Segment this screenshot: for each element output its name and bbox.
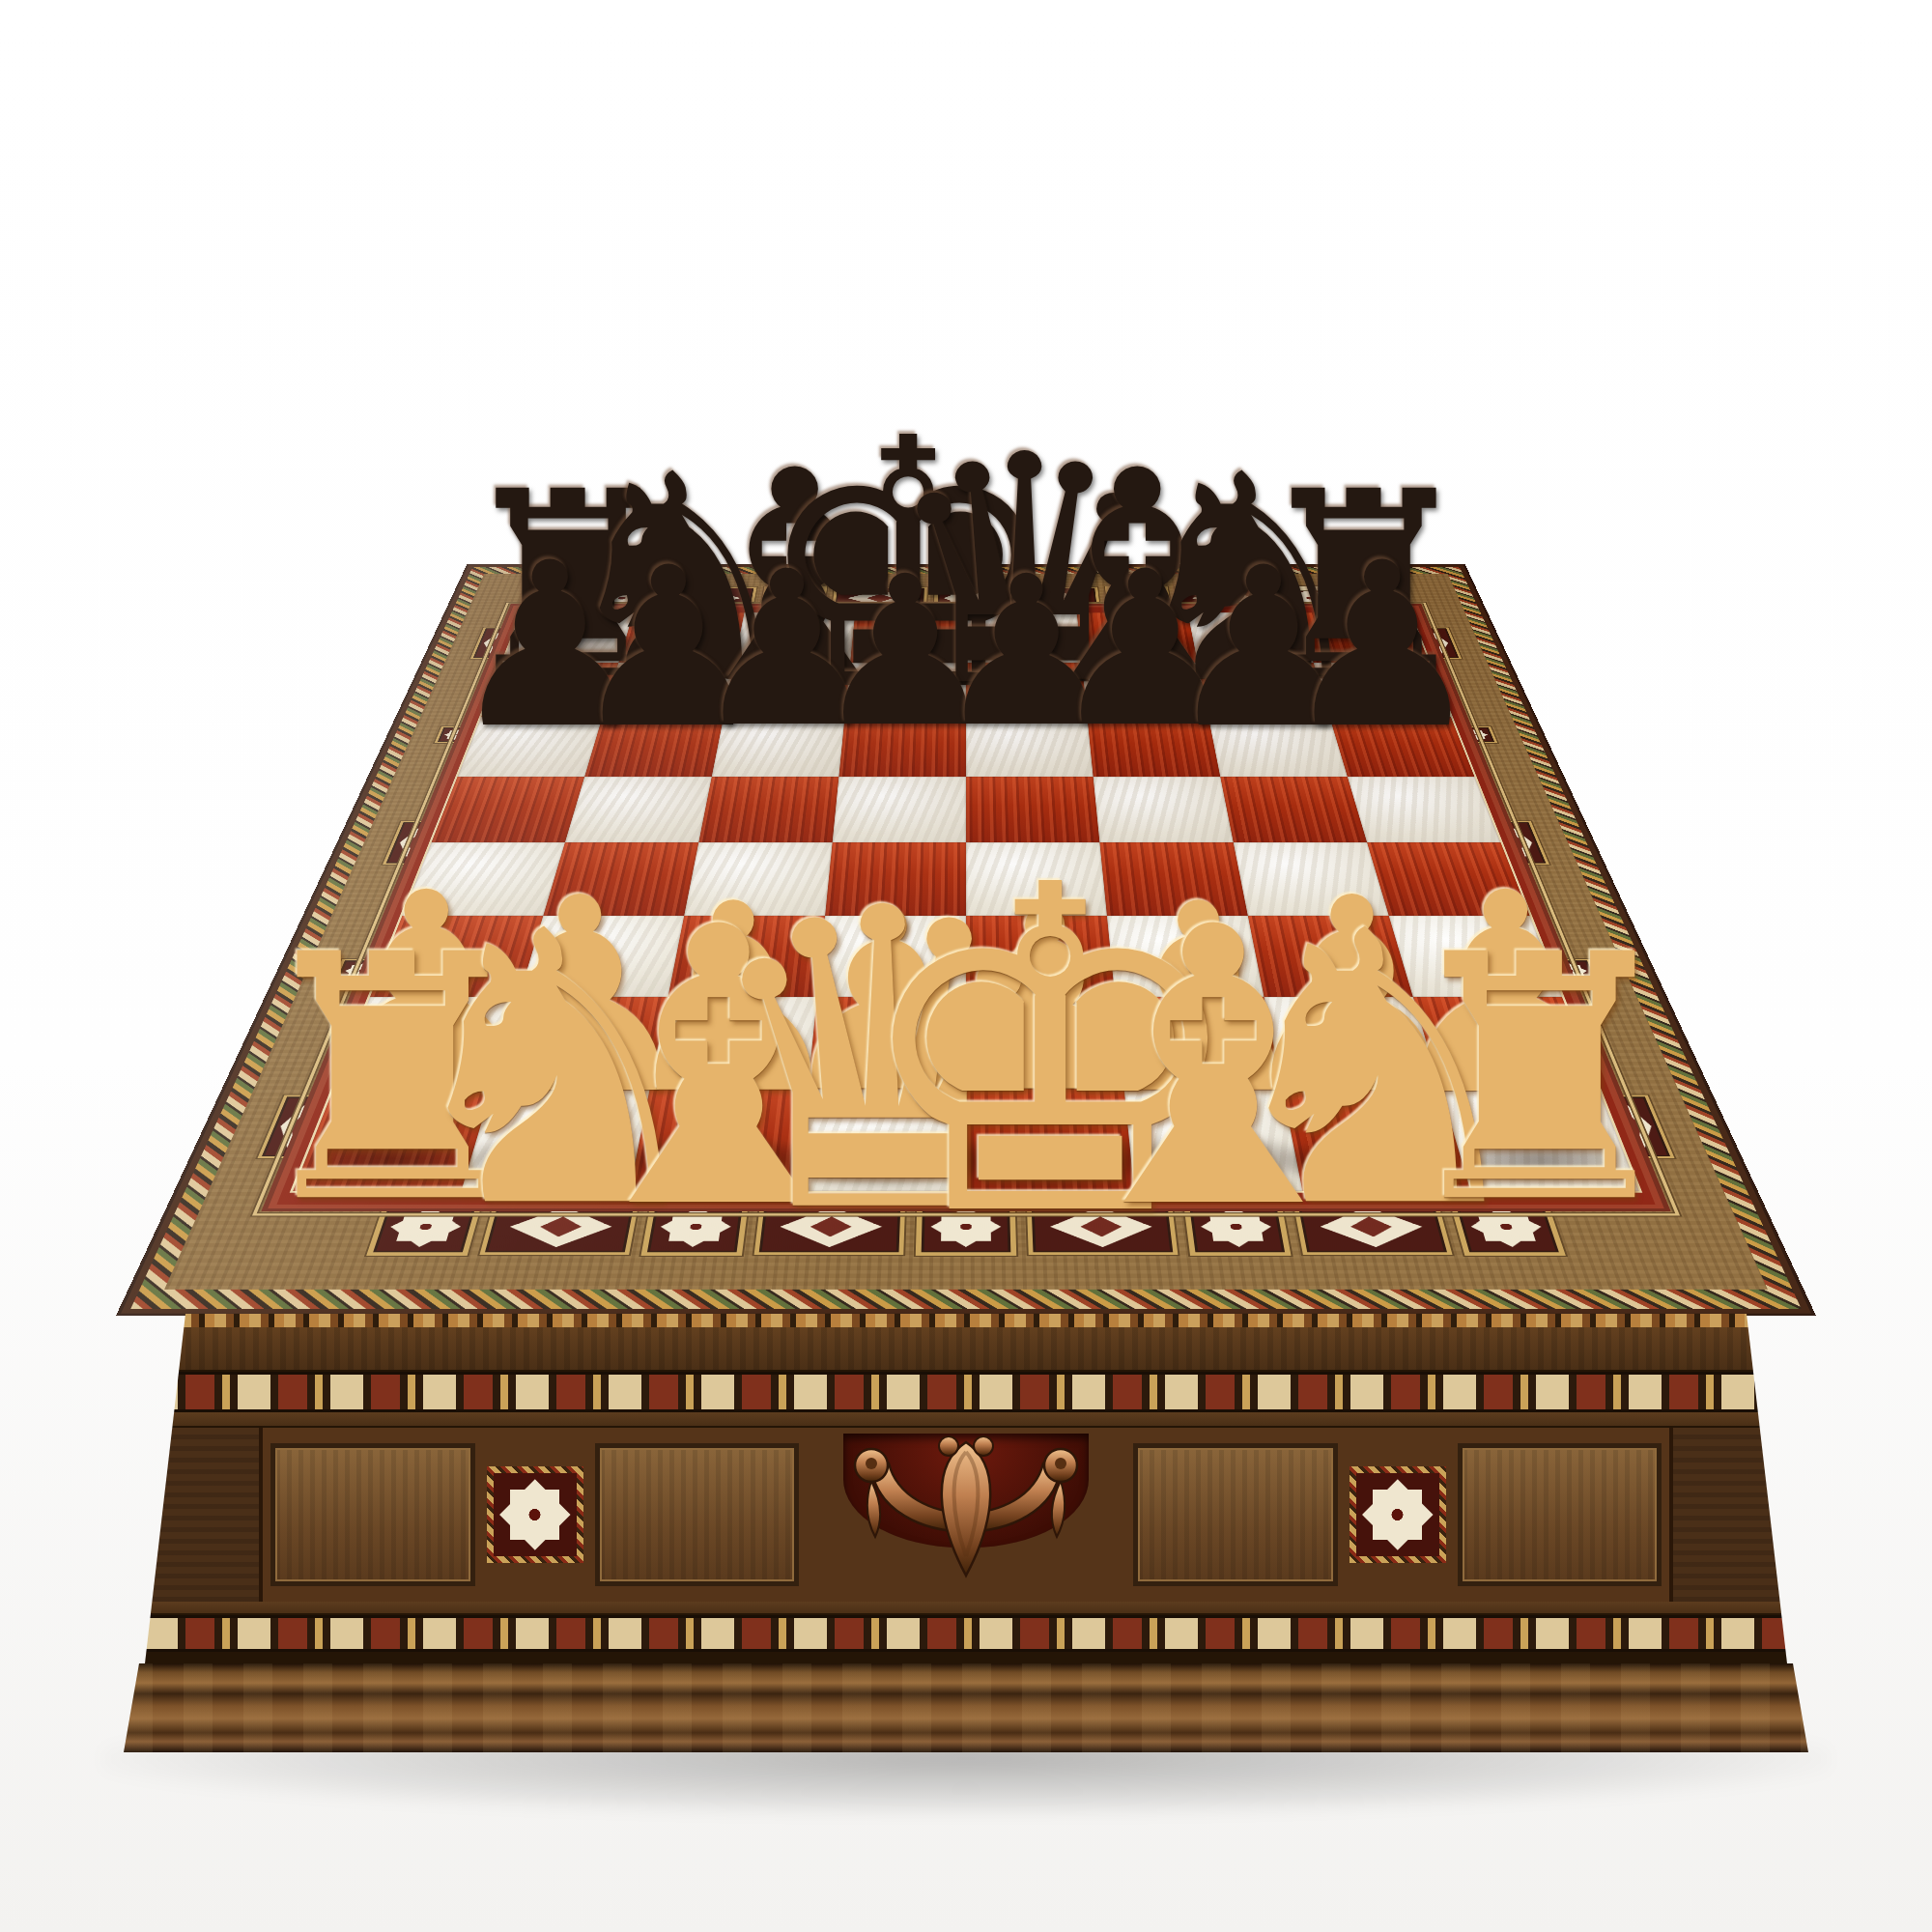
square-b5[interactable] (565, 777, 712, 842)
upper-inlay-row (145, 1372, 1787, 1412)
drawer-wood-panel (1458, 1443, 1662, 1586)
chess-piece-glyph: ♟ (1280, 534, 1484, 761)
base-molding (124, 1663, 1808, 1752)
drawer-wood-panel (270, 1443, 475, 1586)
storage-drawer-front (145, 1314, 1787, 1663)
chess-piece-glyph: ♜ (1388, 911, 1691, 1249)
left-stile (145, 1428, 263, 1602)
drawer-handle[interactable] (807, 1428, 1125, 1602)
square-a5[interactable] (431, 777, 584, 842)
drawer-wood-panel (595, 1443, 800, 1586)
striped-arris-edge (145, 1314, 1787, 1327)
lower-inlay-row (145, 1615, 1787, 1652)
copper-bail-handle-icon (821, 1429, 1111, 1595)
divider-rail (145, 1602, 1787, 1615)
bottom-lip (145, 1652, 1787, 1663)
drawer-wood-panel (1133, 1443, 1338, 1586)
upper-rail (145, 1327, 1787, 1372)
star-mosaic-tile (1350, 1466, 1446, 1563)
square-h5[interactable] (1348, 777, 1501, 842)
drawer[interactable] (145, 1428, 1787, 1602)
divider-rail (145, 1412, 1787, 1428)
right-stile (1669, 1428, 1787, 1602)
chess-set-photo: ♜♞♝♚♛♝♞♜♟♟♟♟♟♟♟♟♟♟♟♟♟♟♟♟♜♞♝♛♚♝♞♜ (0, 0, 1932, 1932)
star-mosaic-tile (487, 1466, 583, 1563)
